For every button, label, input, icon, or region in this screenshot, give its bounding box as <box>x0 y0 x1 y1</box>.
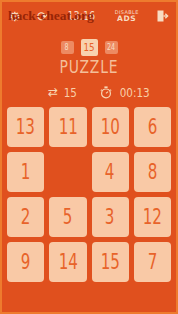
tile-1[interactable]: 1 <box>7 152 44 192</box>
tile-9[interactable]: 9 <box>7 242 44 282</box>
mode-button-8[interactable]: 8 <box>61 41 74 54</box>
tile-8[interactable]: 8 <box>134 152 171 192</box>
tile-7[interactable]: 7 <box>134 242 171 282</box>
tile-12[interactable]: 12 <box>134 197 171 237</box>
total-time-clock: 13:16 <box>67 9 95 23</box>
game-title: PUZZLE <box>2 57 176 77</box>
tile-13[interactable]: 13 <box>7 107 44 147</box>
tile-15[interactable]: 15 <box>92 242 129 282</box>
game-screen: hack-cheat.org ⚙ ⟳ 13:16 DISABLE ADS 8 1… <box>0 0 178 314</box>
settings-gear-icon[interactable]: ⚙ <box>9 10 21 23</box>
restart-refresh-icon[interactable]: ⟳ <box>37 10 48 23</box>
puzzle-board: 13 11 10 6 1 4 8 2 5 3 12 9 14 15 7 <box>7 107 171 282</box>
mode-button-24[interactable]: 24 <box>105 41 118 54</box>
stats-row: ⇄ 15 00:13 <box>2 84 176 100</box>
stopwatch-icon <box>100 86 112 99</box>
disable-ads-button[interactable]: DISABLE ADS <box>115 10 139 23</box>
top-bar: ⚙ ⟳ 13:16 DISABLE ADS <box>2 7 176 25</box>
empty-cell <box>49 152 86 192</box>
moves-counter: ⇄ 15 <box>48 85 79 100</box>
mode-button-15-selected[interactable]: 15 <box>81 39 98 56</box>
tile-2[interactable]: 2 <box>7 197 44 237</box>
board-size-selector: 8 15 24 <box>2 39 176 56</box>
tile-14[interactable]: 14 <box>49 242 86 282</box>
tile-10[interactable]: 10 <box>92 107 129 147</box>
time-value: 00:13 <box>119 85 149 100</box>
tile-4[interactable]: 4 <box>92 152 129 192</box>
tile-3[interactable]: 3 <box>92 197 129 237</box>
moves-value: 15 <box>64 85 77 100</box>
tile-5[interactable]: 5 <box>49 197 86 237</box>
tile-6[interactable]: 6 <box>134 107 171 147</box>
timer: 00:13 <box>100 85 153 100</box>
tile-11[interactable]: 11 <box>49 107 86 147</box>
moves-swap-icon: ⇄ <box>48 86 58 98</box>
exit-door-icon[interactable] <box>155 9 169 23</box>
disable-ads-label-bottom: ADS <box>115 15 139 23</box>
